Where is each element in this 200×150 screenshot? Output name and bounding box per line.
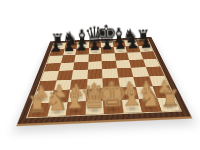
square-h4 [145, 66, 164, 76]
square-e6 [101, 53, 115, 61]
product-photo-scene: ♜♞♝♛♚♝♞♜♟♟♟♟♟♟♟♟♟♟♟♟♟♟♟♟♜♞♝♛♚♝♞♜ [0, 0, 200, 150]
piece-black-pawn-a7: ♟ [50, 41, 63, 55]
chess-board-grid: ♜♞♝♛♚♝♞♜♟♟♟♟♟♟♟♟♟♟♟♟♟♟♟♟♜♞♝♛♚♝♞♜ [26, 39, 182, 118]
square-g4 [131, 67, 149, 77]
piece-black-pawn-d7: ♟ [88, 40, 101, 54]
piece-black-pawn-c7: ♟ [75, 40, 88, 54]
piece-black-pawn-b7: ♟ [62, 41, 75, 55]
piece-black-pawn-g7: ♟ [127, 38, 140, 52]
piece-white-knight-b1: ♞ [44, 88, 69, 114]
piece-black-pawn-e7: ♟ [101, 39, 114, 53]
square-g1: ♞ [139, 98, 161, 112]
piece-white-queen-d1: ♛ [79, 81, 109, 113]
piece-white-rook-h1: ♜ [159, 87, 180, 109]
square-d5 [88, 61, 102, 70]
chess-board: ♜♞♝♛♚♝♞♜♟♟♟♟♟♟♟♟♟♟♟♟♟♟♟♟♜♞♝♛♚♝♞♜ [17, 37, 191, 124]
piece-black-pawn-h7: ♟ [139, 38, 152, 52]
piece-white-rook-a1: ♜ [27, 93, 48, 115]
square-e5 [102, 60, 117, 69]
piece-black-pawn-f7: ♟ [114, 39, 127, 53]
square-d1: ♛ [85, 100, 104, 115]
square-b5 [59, 62, 75, 71]
square-b1: ♞ [47, 102, 68, 117]
square-h1: ♜ [156, 97, 180, 111]
square-h5 [143, 59, 160, 68]
